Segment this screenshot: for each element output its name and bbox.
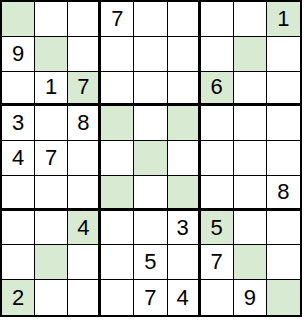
cell-r6c2[interactable] xyxy=(35,176,68,211)
cell-r8c4[interactable] xyxy=(101,245,134,280)
cell-r3c2[interactable]: 1 xyxy=(35,72,68,107)
cell-r5c4[interactable] xyxy=(101,141,134,176)
cell-r9c5[interactable]: 7 xyxy=(134,280,167,315)
cell-r8c5[interactable]: 5 xyxy=(134,245,167,280)
cell-r5c5[interactable] xyxy=(134,141,167,176)
cell-r4c7[interactable] xyxy=(201,106,234,141)
cell-r7c2[interactable] xyxy=(35,211,68,246)
cell-r6c5[interactable] xyxy=(134,176,167,211)
cell-r4c2[interactable] xyxy=(35,106,68,141)
cell-r1c4[interactable]: 7 xyxy=(101,2,134,37)
cell-r9c7[interactable] xyxy=(201,280,234,315)
cell-r3c1[interactable] xyxy=(2,72,35,107)
cell-r4c9[interactable] xyxy=(267,106,300,141)
cell-r2c3[interactable] xyxy=(68,37,101,72)
cell-r6c6[interactable] xyxy=(168,176,201,211)
cell-r1c5[interactable] xyxy=(134,2,167,37)
cell-r6c3[interactable] xyxy=(68,176,101,211)
cell-r1c6[interactable] xyxy=(168,2,201,37)
cell-r2c6[interactable] xyxy=(168,37,201,72)
cell-r1c3[interactable] xyxy=(68,2,101,37)
cell-r1c9[interactable]: 1 xyxy=(267,2,300,37)
cell-r2c4[interactable] xyxy=(101,37,134,72)
cell-r9c4[interactable] xyxy=(101,280,134,315)
cell-r4c8[interactable] xyxy=(234,106,267,141)
cell-r7c7[interactable]: 5 xyxy=(201,211,234,246)
sudoku-board: 71917638478435572749 xyxy=(0,0,302,317)
cell-r1c8[interactable] xyxy=(234,2,267,37)
cell-r7c1[interactable] xyxy=(2,211,35,246)
cell-r5c8[interactable] xyxy=(234,141,267,176)
cell-r3c6[interactable] xyxy=(168,72,201,107)
cell-r1c1[interactable] xyxy=(2,2,35,37)
cell-r7c6[interactable]: 3 xyxy=(168,211,201,246)
cell-r7c9[interactable] xyxy=(267,211,300,246)
cell-r3c3[interactable]: 7 xyxy=(68,72,101,107)
cell-r4c4[interactable] xyxy=(101,106,134,141)
cell-r5c9[interactable] xyxy=(267,141,300,176)
cell-r2c1[interactable]: 9 xyxy=(2,37,35,72)
cell-r8c6[interactable] xyxy=(168,245,201,280)
cell-r6c9[interactable]: 8 xyxy=(267,176,300,211)
cell-r7c4[interactable] xyxy=(101,211,134,246)
cell-r6c8[interactable] xyxy=(234,176,267,211)
cell-r8c3[interactable] xyxy=(68,245,101,280)
cell-r1c7[interactable] xyxy=(201,2,234,37)
cell-r3c8[interactable] xyxy=(234,72,267,107)
cell-r9c9[interactable] xyxy=(267,280,300,315)
cell-r6c1[interactable] xyxy=(2,176,35,211)
cell-r4c3[interactable]: 8 xyxy=(68,106,101,141)
cell-r2c8[interactable] xyxy=(234,37,267,72)
cell-r8c8[interactable] xyxy=(234,245,267,280)
cell-r3c4[interactable] xyxy=(101,72,134,107)
cell-r7c8[interactable] xyxy=(234,211,267,246)
cell-r7c5[interactable] xyxy=(134,211,167,246)
cell-r2c2[interactable] xyxy=(35,37,68,72)
cell-r8c1[interactable] xyxy=(2,245,35,280)
cell-r2c9[interactable] xyxy=(267,37,300,72)
cell-r9c6[interactable]: 4 xyxy=(168,280,201,315)
cell-r9c1[interactable]: 2 xyxy=(2,280,35,315)
cell-r4c1[interactable]: 3 xyxy=(2,106,35,141)
cell-r5c1[interactable]: 4 xyxy=(2,141,35,176)
cell-r3c5[interactable] xyxy=(134,72,167,107)
cell-r9c8[interactable]: 9 xyxy=(234,280,267,315)
cell-r1c2[interactable] xyxy=(35,2,68,37)
cell-r5c3[interactable] xyxy=(68,141,101,176)
cell-r2c5[interactable] xyxy=(134,37,167,72)
cell-r4c5[interactable] xyxy=(134,106,167,141)
cell-r6c4[interactable] xyxy=(101,176,134,211)
cell-r9c3[interactable] xyxy=(68,280,101,315)
cell-r8c7[interactable]: 7 xyxy=(201,245,234,280)
cell-r8c2[interactable] xyxy=(35,245,68,280)
cell-r9c2[interactable] xyxy=(35,280,68,315)
cell-r5c2[interactable]: 7 xyxy=(35,141,68,176)
cell-r3c7[interactable]: 6 xyxy=(201,72,234,107)
cell-r8c9[interactable] xyxy=(267,245,300,280)
cell-r2c7[interactable] xyxy=(201,37,234,72)
cell-r5c6[interactable] xyxy=(168,141,201,176)
cell-r3c9[interactable] xyxy=(267,72,300,107)
cell-r4c6[interactable] xyxy=(168,106,201,141)
cell-r6c7[interactable] xyxy=(201,176,234,211)
cell-r5c7[interactable] xyxy=(201,141,234,176)
cell-r7c3[interactable]: 4 xyxy=(68,211,101,246)
